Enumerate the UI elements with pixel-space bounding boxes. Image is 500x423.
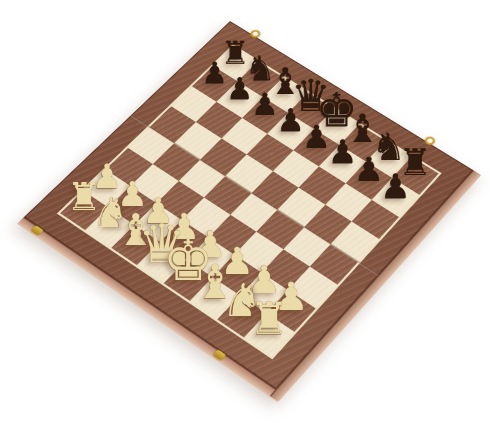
chess-board: [24, 21, 473, 389]
board-grid: [57, 44, 442, 359]
chess-set-photo: ♜♞♝♛♚♝♞♜♟♟♟♟♟♟♟♟♟♟♟♟♟♟♟♟♜♞♝♛♚♝♞♜: [0, 0, 500, 423]
